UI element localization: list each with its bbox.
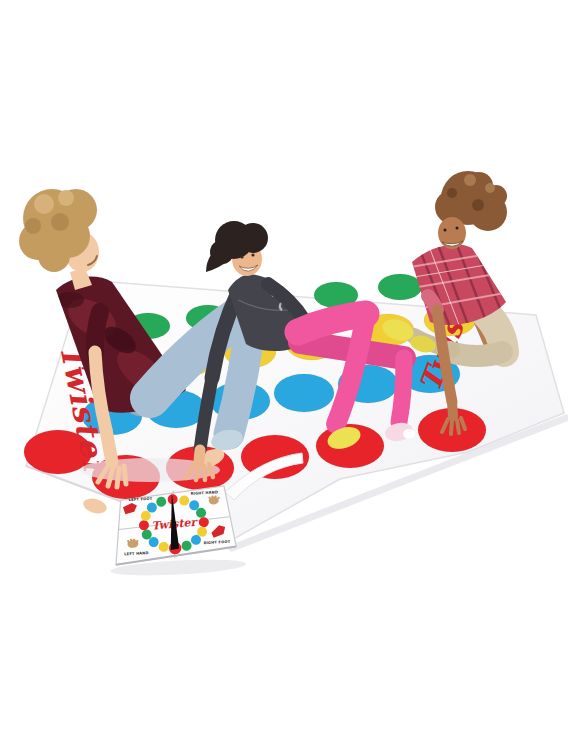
mgirl-pink-sock-toe [403, 429, 415, 439]
boy-head [19, 189, 99, 290]
rgirl-head [435, 171, 507, 249]
boy-foot-2 [82, 496, 109, 516]
mgirl-head [206, 221, 268, 276]
mgirl-eye-right [251, 253, 254, 256]
mgirl-eye-left [240, 255, 243, 258]
rgirl-eye-right [456, 227, 459, 230]
spinner-board: Twister LEFT FOOT RIGHT HAND LEFT HAND R… [106, 485, 246, 578]
mat-circle-blue-4 [274, 374, 334, 412]
scene-svg: Twister Twister [0, 0, 568, 742]
twister-photo: Twister Twister [0, 0, 568, 742]
mgirl-shin-far [399, 358, 404, 422]
mat-circle-green-5 [378, 274, 422, 300]
rgirl-eye-left [444, 229, 447, 232]
